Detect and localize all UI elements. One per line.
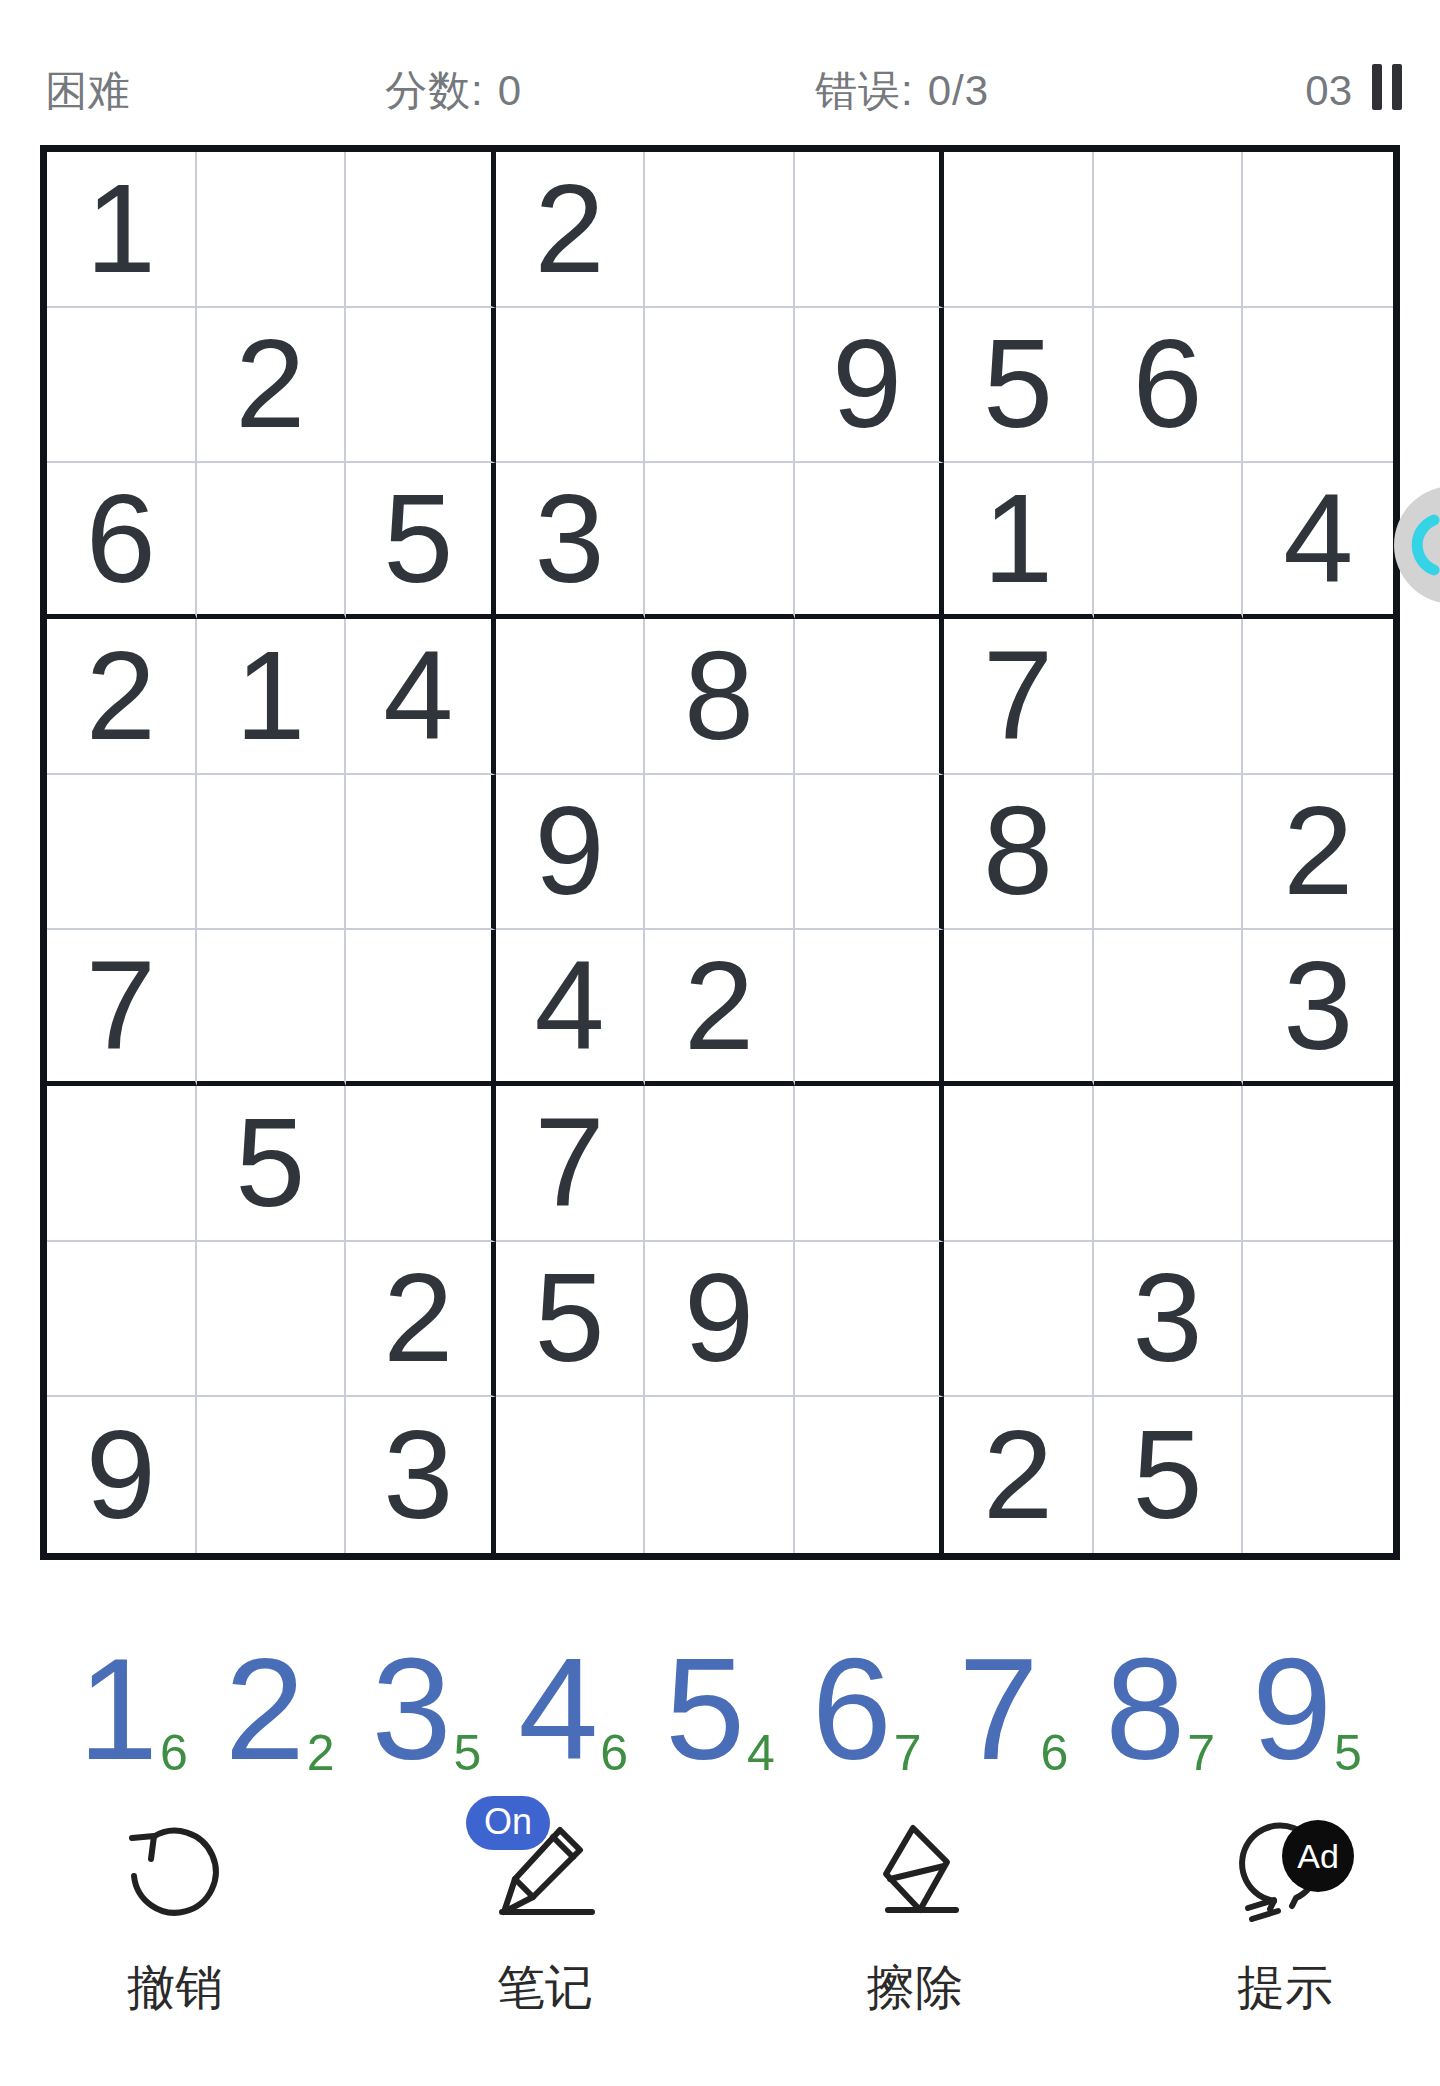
given-digit: 4 [534, 943, 604, 1069]
chevron-left-icon [1402, 513, 1440, 577]
given-digit: 8 [684, 633, 754, 759]
cell-r2c9[interactable] [1243, 308, 1393, 464]
given-digit: 9 [86, 1412, 156, 1538]
pad-digit: 4 [518, 1638, 598, 1782]
cell-r1c5[interactable] [645, 152, 795, 308]
cell-r5c3[interactable] [346, 775, 496, 931]
cell-r1c9[interactable] [1243, 152, 1393, 308]
cell-r8c3[interactable]: 2 [346, 1242, 496, 1398]
given-digit: 5 [1133, 1412, 1203, 1538]
given-digit: 2 [383, 1255, 453, 1381]
top-bar: 困难 分数:0 错误:0/3 03 [0, 0, 1440, 145]
toolbar: 撤销 On 笔记 擦除 [0, 1812, 1440, 2015]
notes-on-badge: On [466, 1796, 550, 1850]
erase-button[interactable]: 擦除 [830, 1812, 1000, 2015]
numpad-7[interactable]: 76 [959, 1638, 1069, 1782]
given-digit: 4 [1283, 476, 1353, 602]
pad-remaining-count: 5 [1334, 1728, 1362, 1778]
cell-r1c4[interactable]: 2 [496, 152, 646, 308]
pad-remaining-count: 7 [1187, 1728, 1215, 1778]
given-digit: 5 [983, 321, 1053, 447]
pad-remaining-count: 2 [307, 1728, 335, 1778]
given-digit: 8 [983, 788, 1053, 914]
cell-r6c9[interactable]: 3 [1243, 930, 1393, 1086]
cell-r5c9[interactable]: 2 [1243, 775, 1393, 931]
given-digit: 3 [1133, 1255, 1203, 1381]
numpad-4[interactable]: 46 [518, 1638, 628, 1782]
cell-r3c7[interactable]: 1 [944, 463, 1094, 619]
erase-label: 擦除 [867, 1960, 963, 2015]
cell-r8c7[interactable] [944, 1242, 1094, 1398]
hint-label: 提示 [1237, 1960, 1333, 2015]
cell-r8c1[interactable] [47, 1242, 197, 1398]
errors-value: 0/3 [928, 67, 989, 114]
given-digit: 9 [534, 788, 604, 914]
eraser-icon [860, 1812, 970, 1930]
given-digit: 5 [235, 1100, 305, 1226]
cell-r8c2[interactable] [197, 1242, 347, 1398]
cell-r4c8[interactable] [1094, 619, 1244, 775]
cell-r6c2[interactable] [197, 930, 347, 1086]
cell-r6c1[interactable]: 7 [47, 930, 197, 1086]
cell-r3c6[interactable] [795, 463, 945, 619]
cell-r9c5[interactable] [645, 1397, 795, 1553]
cell-r2c8[interactable]: 6 [1094, 308, 1244, 464]
pad-digit: 9 [1252, 1638, 1332, 1782]
sudoku-board: 122956653142148798274235725939325 [40, 145, 1400, 1560]
cell-r4c9[interactable] [1243, 619, 1393, 775]
numpad-6[interactable]: 67 [812, 1638, 922, 1782]
numpad-3[interactable]: 35 [372, 1638, 482, 1782]
pad-digit: 2 [225, 1638, 305, 1782]
cell-r4c5[interactable]: 8 [645, 619, 795, 775]
cell-r8c4[interactable]: 5 [496, 1242, 646, 1398]
given-digit: 5 [534, 1255, 604, 1381]
cell-r7c8[interactable] [1094, 1086, 1244, 1242]
pad-remaining-count: 6 [160, 1728, 188, 1778]
undo-icon [120, 1812, 230, 1930]
pad-remaining-count: 5 [454, 1728, 482, 1778]
cell-r5c5[interactable] [645, 775, 795, 931]
cell-r9c2[interactable] [197, 1397, 347, 1553]
cell-r6c7[interactable] [944, 930, 1094, 1086]
given-digit: 2 [1283, 788, 1353, 914]
pad-digit: 1 [78, 1638, 158, 1782]
given-digit: 2 [983, 1412, 1053, 1538]
cell-r7c1[interactable] [47, 1086, 197, 1242]
score: 分数:0 [385, 70, 522, 112]
cell-r4c6[interactable] [795, 619, 945, 775]
cell-r5c1[interactable] [47, 775, 197, 931]
cell-r8c8[interactable]: 3 [1094, 1242, 1244, 1398]
cell-r9c9[interactable] [1243, 1397, 1393, 1553]
cell-r2c5[interactable] [645, 308, 795, 464]
given-digit: 9 [684, 1255, 754, 1381]
cell-r1c2[interactable] [197, 152, 347, 308]
cell-r3c2[interactable] [197, 463, 347, 619]
cell-r4c1[interactable]: 2 [47, 619, 197, 775]
given-digit: 3 [534, 476, 604, 602]
cell-r6c5[interactable]: 2 [645, 930, 795, 1086]
undo-label: 撤销 [127, 1960, 223, 2015]
cell-r8c6[interactable] [795, 1242, 945, 1398]
given-digit: 2 [534, 166, 604, 292]
pause-button[interactable] [1372, 64, 1402, 110]
cell-r7c6[interactable] [795, 1086, 945, 1242]
given-digit: 6 [1133, 321, 1203, 447]
cell-r6c4[interactable]: 4 [496, 930, 646, 1086]
cell-r9c8[interactable]: 5 [1094, 1397, 1244, 1553]
cell-r6c8[interactable] [1094, 930, 1244, 1086]
hint-button[interactable]: Ad 提示 [1200, 1812, 1370, 2015]
cell-r9c3[interactable]: 3 [346, 1397, 496, 1553]
difficulty-selector[interactable]: 困难 [45, 70, 131, 112]
cell-r5c2[interactable] [197, 775, 347, 931]
cell-r6c3[interactable] [346, 930, 496, 1086]
cell-r1c6[interactable] [795, 152, 945, 308]
given-digit: 9 [832, 321, 902, 447]
cell-r7c7[interactable] [944, 1086, 1094, 1242]
cell-r9c7[interactable]: 2 [944, 1397, 1094, 1553]
given-digit: 1 [983, 476, 1053, 602]
error-counter: 错误:0/3 [815, 70, 989, 112]
score-label: 分数: [385, 67, 484, 114]
pad-digit: 6 [812, 1638, 892, 1782]
cell-r8c9[interactable] [1243, 1242, 1393, 1398]
given-digit: 3 [1283, 943, 1353, 1069]
notes-label: 笔记 [497, 1960, 593, 2015]
numpad-5[interactable]: 54 [665, 1638, 775, 1782]
cell-r2c2[interactable]: 2 [197, 308, 347, 464]
cell-r4c3[interactable]: 4 [346, 619, 496, 775]
cell-r1c3[interactable] [346, 152, 496, 308]
given-digit: 7 [983, 633, 1053, 759]
cell-r3c9[interactable]: 4 [1243, 463, 1393, 619]
cell-r3c5[interactable] [645, 463, 795, 619]
undo-button[interactable]: 撤销 [90, 1812, 260, 2015]
cell-r8c5[interactable]: 9 [645, 1242, 795, 1398]
notes-button[interactable]: On 笔记 [460, 1812, 630, 2015]
edge-widget[interactable] [1394, 486, 1440, 604]
cell-r9c6[interactable] [795, 1397, 945, 1553]
pad-digit: 3 [372, 1638, 452, 1782]
numpad-8[interactable]: 87 [1105, 1638, 1215, 1782]
cell-r5c6[interactable] [795, 775, 945, 931]
pad-remaining-count: 4 [747, 1728, 775, 1778]
cell-r2c6[interactable]: 9 [795, 308, 945, 464]
pad-remaining-count: 6 [1041, 1728, 1069, 1778]
pause-icon [1372, 64, 1382, 110]
cell-r6c6[interactable] [795, 930, 945, 1086]
pause-icon [1392, 64, 1402, 110]
sudoku-app: { "game": "sudoku", "position": "1002000… [0, 0, 1440, 2086]
pad-remaining-count: 7 [894, 1728, 922, 1778]
score-value: 0 [498, 67, 522, 114]
cell-r2c1[interactable] [47, 308, 197, 464]
number-pad: 162235465467768795 [0, 1638, 1440, 1782]
given-digit: 5 [383, 476, 453, 602]
cell-r5c4[interactable]: 9 [496, 775, 646, 931]
cell-r5c8[interactable] [1094, 775, 1244, 931]
cell-r9c4[interactable] [496, 1397, 646, 1553]
cell-r9c1[interactable]: 9 [47, 1397, 197, 1553]
cell-r3c3[interactable]: 5 [346, 463, 496, 619]
timer: 03 [1305, 70, 1352, 112]
cell-r1c1[interactable]: 1 [47, 152, 197, 308]
given-digit: 1 [235, 633, 305, 759]
cell-r1c7[interactable] [944, 152, 1094, 308]
cell-r4c4[interactable] [496, 619, 646, 775]
given-digit: 1 [86, 166, 156, 292]
pad-digit: 8 [1105, 1638, 1185, 1782]
given-digit: 2 [235, 321, 305, 447]
cell-r4c2[interactable]: 1 [197, 619, 347, 775]
cell-r7c5[interactable] [645, 1086, 795, 1242]
numpad-1[interactable]: 16 [78, 1638, 188, 1782]
pad-digit: 5 [665, 1638, 745, 1782]
given-digit: 7 [534, 1100, 604, 1226]
cell-r3c8[interactable] [1094, 463, 1244, 619]
given-digit: 7 [86, 943, 156, 1069]
cell-r7c3[interactable] [346, 1086, 496, 1242]
cell-r2c7[interactable]: 5 [944, 308, 1094, 464]
cell-r3c4[interactable]: 3 [496, 463, 646, 619]
given-digit: 2 [684, 943, 754, 1069]
cell-r7c4[interactable]: 7 [496, 1086, 646, 1242]
pad-digit: 7 [959, 1638, 1039, 1782]
cell-r7c9[interactable] [1243, 1086, 1393, 1242]
given-digit: 2 [86, 633, 156, 759]
pad-remaining-count: 6 [600, 1728, 628, 1778]
given-digit: 3 [383, 1412, 453, 1538]
cell-r7c2[interactable]: 5 [197, 1086, 347, 1242]
cell-r1c8[interactable] [1094, 152, 1244, 308]
given-digit: 6 [86, 476, 156, 602]
hint-ad-badge: Ad [1282, 1820, 1354, 1892]
numpad-2[interactable]: 22 [225, 1638, 335, 1782]
cell-r2c3[interactable] [346, 308, 496, 464]
timer-group: 03 [1305, 62, 1402, 112]
cell-r4c7[interactable]: 7 [944, 619, 1094, 775]
cell-r2c4[interactable] [496, 308, 646, 464]
numpad-9[interactable]: 95 [1252, 1638, 1362, 1782]
cell-r5c7[interactable]: 8 [944, 775, 1094, 931]
cell-r3c1[interactable]: 6 [47, 463, 197, 619]
errors-label: 错误: [815, 67, 914, 114]
given-digit: 4 [383, 633, 453, 759]
